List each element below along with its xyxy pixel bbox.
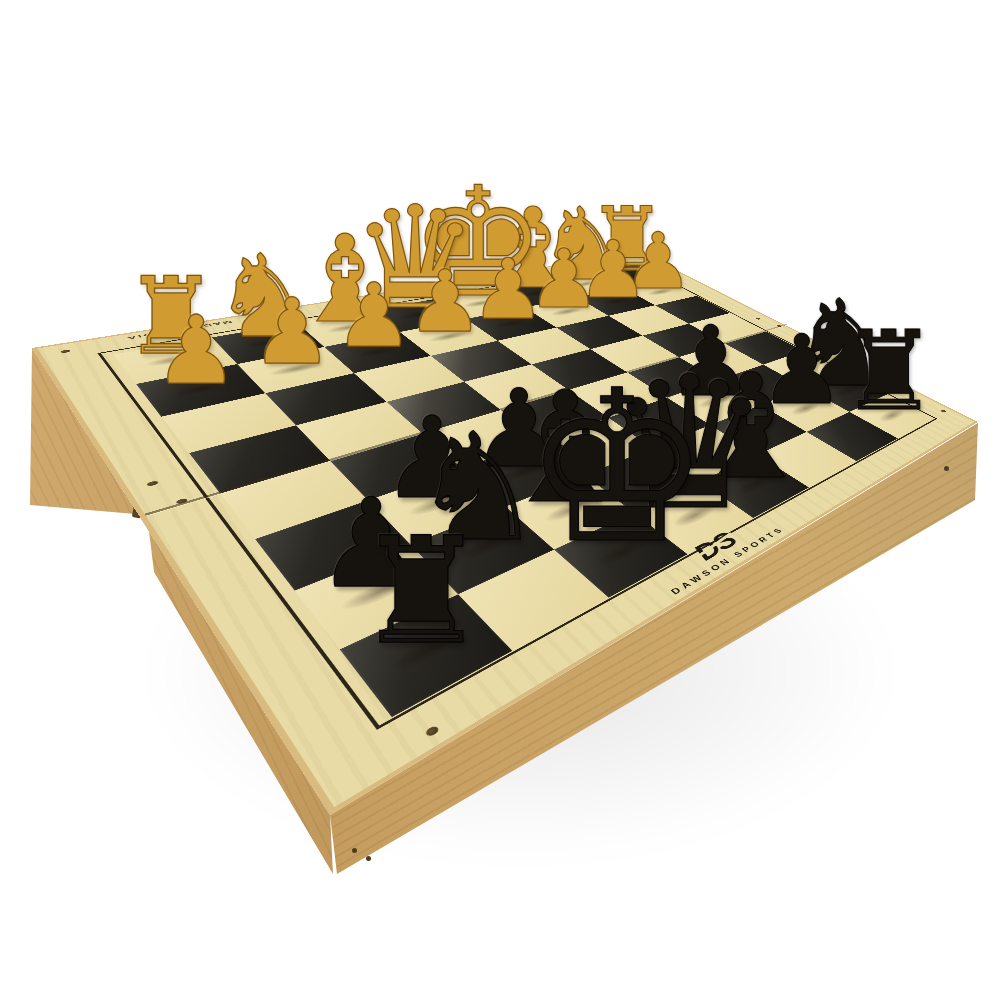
pieces-layer: ♜︎♞︎♝︎♛︎♚︎♝︎♞︎♜︎♟︎♟︎♟︎♟︎♟︎♟︎♟︎♟︎♟︎♟︎♟︎♟︎… (0, 0, 1000, 1000)
product-photo-stage: MADE IN INDIA DS DAWSON SPORTS ♜︎♞︎♝︎♛︎♚… (0, 0, 1000, 1000)
piece-glyph: ♟︎ (42, 306, 350, 396)
piece-glyph: ♜︎ (235, 522, 606, 662)
piece-bR-a1[interactable]: ♜︎ (235, 522, 606, 650)
piece-wP-a7[interactable]: ♟︎ (42, 306, 350, 388)
